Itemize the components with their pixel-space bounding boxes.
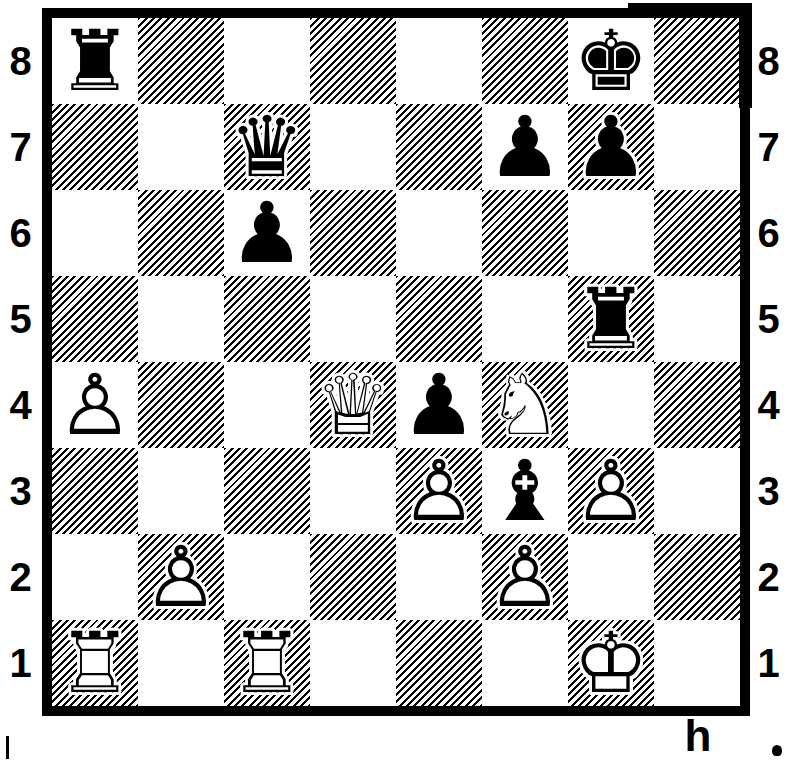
- square-h8: [654, 18, 740, 104]
- square-c7: ♛: [224, 104, 310, 190]
- square-d2: [310, 534, 396, 620]
- square-g8: ♚: [568, 18, 654, 104]
- square-b5: [138, 276, 224, 362]
- border-irregularity-right: [739, 8, 752, 108]
- square-b6: [138, 190, 224, 276]
- rank-label-left-1: 1: [0, 620, 40, 706]
- square-g3: ♟♙: [568, 448, 654, 534]
- white-knight-icon-f4: ♞♘: [482, 362, 568, 448]
- white-pawn-icon-f2: ♟♙: [482, 534, 568, 620]
- square-e2: [396, 534, 482, 620]
- square-a1: ♜♖: [52, 620, 138, 706]
- rank-labels-left: 8 7 6 5 4 3 2 1: [0, 18, 40, 706]
- square-a4: ♟♙: [52, 362, 138, 448]
- rank-label-right-8: 8: [750, 18, 786, 104]
- rank-label-left-8: 8: [0, 18, 40, 104]
- square-h3: [654, 448, 740, 534]
- rank-label-right-2: 2: [750, 534, 786, 620]
- rank-label-right-7: 7: [750, 104, 786, 190]
- square-c6: ♟: [224, 190, 310, 276]
- rank-label-left-2: 2: [0, 534, 40, 620]
- square-h4: [654, 362, 740, 448]
- square-b2: ♟♙: [138, 534, 224, 620]
- square-h2: [654, 534, 740, 620]
- white-rook-icon-c1: ♜♖: [224, 620, 310, 706]
- square-g2: [568, 534, 654, 620]
- square-d7: [310, 104, 396, 190]
- white-pawn-icon-g3: ♟♙: [568, 448, 654, 534]
- white-king-icon-g1: ♚♔: [568, 620, 654, 706]
- rank-label-left-3: 3: [0, 448, 40, 534]
- square-c3: [224, 448, 310, 534]
- square-h1: [654, 620, 740, 706]
- square-e7: [396, 104, 482, 190]
- square-b7: [138, 104, 224, 190]
- black-rook-icon-a8: ♜: [52, 18, 138, 104]
- square-b1: [138, 620, 224, 706]
- square-c5: [224, 276, 310, 362]
- stray-period-mark: [772, 745, 782, 756]
- square-g7: ♟: [568, 104, 654, 190]
- white-rook-icon-a1: ♜♖: [52, 620, 138, 706]
- black-bishop-icon-f3: ♝: [482, 448, 568, 534]
- rank-label-right-4: 4: [750, 362, 786, 448]
- rank-label-right-5: 5: [750, 276, 786, 362]
- rank-labels-right: 8 7 6 5 4 3 2 1: [750, 18, 786, 706]
- black-pawn-icon-c6: ♟: [224, 190, 310, 276]
- square-f2: ♟♙: [482, 534, 568, 620]
- square-h7: [654, 104, 740, 190]
- square-f7: ♟: [482, 104, 568, 190]
- black-king-icon-g8: ♚: [568, 18, 654, 104]
- white-queen-icon-d4: ♛♕: [310, 362, 396, 448]
- file-label-h: h: [674, 714, 722, 762]
- border-irregularity-top: [628, 3, 752, 16]
- square-a2: [52, 534, 138, 620]
- black-pawn-icon-f7: ♟: [482, 104, 568, 190]
- black-pawn-icon-g7: ♟: [568, 104, 654, 190]
- square-e1: [396, 620, 482, 706]
- rank-label-right-3: 3: [750, 448, 786, 534]
- square-h5: [654, 276, 740, 362]
- square-f8: [482, 18, 568, 104]
- square-e8: [396, 18, 482, 104]
- chess-board: ♜♚♛♟♟♟♜♟♙♛♕♟♞♘♟♙♝♟♙♟♙♟♙♜♖♜♖♚♔: [52, 18, 740, 706]
- square-d3: [310, 448, 396, 534]
- square-f4: ♞♘: [482, 362, 568, 448]
- square-a3: [52, 448, 138, 534]
- square-b3: [138, 448, 224, 534]
- square-f3: ♝: [482, 448, 568, 534]
- square-f5: [482, 276, 568, 362]
- black-pawn-icon-e4: ♟: [396, 362, 482, 448]
- black-queen-icon-c7: ♛: [224, 104, 310, 190]
- square-c8: [224, 18, 310, 104]
- rank-label-left-6: 6: [0, 190, 40, 276]
- square-c1: ♜♖: [224, 620, 310, 706]
- square-d6: [310, 190, 396, 276]
- square-d4: ♛♕: [310, 362, 396, 448]
- square-e5: [396, 276, 482, 362]
- rank-label-right-6: 6: [750, 190, 786, 276]
- square-a7: [52, 104, 138, 190]
- square-d8: [310, 18, 396, 104]
- rank-label-left-5: 5: [0, 276, 40, 362]
- chess-board-frame: ♜♚♛♟♟♟♜♟♙♛♕♟♞♘♟♙♝♟♙♟♙♟♙♜♖♜♖♚♔: [42, 8, 750, 716]
- black-rook-icon-g5: ♜: [568, 276, 654, 362]
- square-d1: [310, 620, 396, 706]
- square-e6: [396, 190, 482, 276]
- square-a6: [52, 190, 138, 276]
- square-a5: [52, 276, 138, 362]
- square-c2: [224, 534, 310, 620]
- square-d5: [310, 276, 396, 362]
- square-g6: [568, 190, 654, 276]
- square-b8: [138, 18, 224, 104]
- chess-diagram-page: 8 7 6 5 4 3 2 1 ♜♚♛♟♟♟♜♟♙♛♕♟♞♘♟♙♝♟♙♟♙♟♙♜…: [0, 0, 788, 764]
- rank-label-left-7: 7: [0, 104, 40, 190]
- scan-edge-tick: [6, 736, 9, 759]
- square-g5: ♜: [568, 276, 654, 362]
- square-g1: ♚♔: [568, 620, 654, 706]
- white-pawn-icon-e3: ♟♙: [396, 448, 482, 534]
- rank-label-right-1: 1: [750, 620, 786, 706]
- white-pawn-icon-a4: ♟♙: [52, 362, 138, 448]
- square-b4: [138, 362, 224, 448]
- square-a8: ♜: [52, 18, 138, 104]
- square-f1: [482, 620, 568, 706]
- square-f6: [482, 190, 568, 276]
- square-e4: ♟: [396, 362, 482, 448]
- rank-label-left-4: 4: [0, 362, 40, 448]
- square-e3: ♟♙: [396, 448, 482, 534]
- square-h6: [654, 190, 740, 276]
- square-c4: [224, 362, 310, 448]
- square-g4: [568, 362, 654, 448]
- white-pawn-icon-b2: ♟♙: [138, 534, 224, 620]
